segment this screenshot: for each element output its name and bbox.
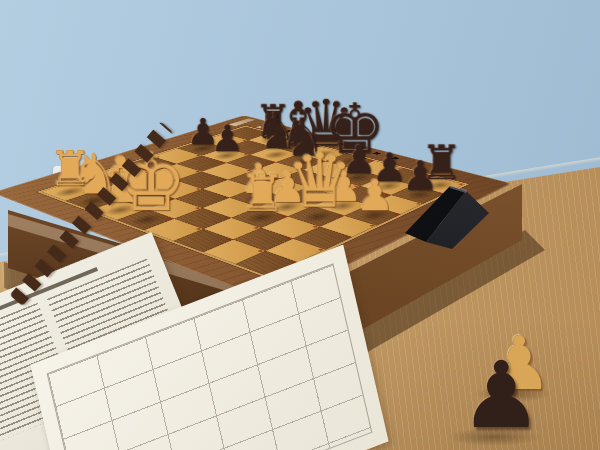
- square-c3[interactable]: ♜: [231, 207, 288, 228]
- piece-white-rook-c3[interactable]: ♜: [230, 169, 294, 218]
- piece-black-pawn-g6[interactable]: ♟: [200, 121, 255, 156]
- captured-black-pawn[interactable]: ♟: [460, 350, 542, 442]
- photo-scene: ♚♛♜♝♞♟ ♜♟♞♟♜♝♞♝♚♞♛♟♚♜♟♟♛♟♟♟♟♜ ♟ ♟: [0, 0, 600, 450]
- piece-white-queen-b4[interactable]: ♛: [286, 146, 350, 217]
